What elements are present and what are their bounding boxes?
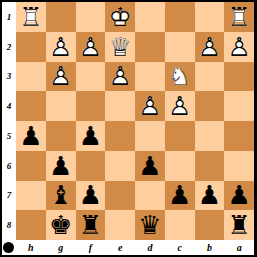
- rank-label-6: 6: [2, 151, 16, 181]
- black-pawn: ♟: [76, 181, 106, 211]
- square-b6[interactable]: [195, 151, 225, 181]
- square-d4[interactable]: ♟♙: [135, 91, 165, 121]
- white-pawn-fill: ♟: [135, 91, 165, 121]
- black-queen: ♛: [135, 210, 165, 240]
- square-c4[interactable]: ♟♙: [165, 91, 195, 121]
- square-h5[interactable]: ♟: [16, 121, 46, 151]
- square-d5[interactable]: [135, 121, 165, 151]
- file-label-a: a: [224, 240, 254, 255]
- square-f7[interactable]: ♟: [76, 181, 106, 211]
- square-a1[interactable]: ♜♖: [224, 2, 254, 32]
- square-e3[interactable]: ♟♙: [105, 62, 135, 92]
- white-pawn: ♙: [135, 91, 165, 121]
- white-king: ♔: [105, 2, 135, 32]
- square-a2[interactable]: ♟♙: [224, 32, 254, 62]
- black-bishop: ♝: [46, 181, 76, 211]
- file-label-c: c: [165, 240, 195, 255]
- square-d3[interactable]: [135, 62, 165, 92]
- square-g3[interactable]: ♟♙: [46, 62, 76, 92]
- square-e8[interactable]: [105, 210, 135, 240]
- square-c1[interactable]: [165, 2, 195, 32]
- square-e2[interactable]: ♛♕: [105, 32, 135, 62]
- white-king-fill: ♚: [105, 2, 135, 32]
- square-d1[interactable]: [135, 2, 165, 32]
- white-pawn: ♙: [76, 32, 106, 62]
- square-a5[interactable]: [224, 121, 254, 151]
- square-h7[interactable]: [16, 181, 46, 211]
- white-rook: ♖: [224, 2, 254, 32]
- square-g5[interactable]: [46, 121, 76, 151]
- black-pawn: ♟: [135, 151, 165, 181]
- square-a6[interactable]: [224, 151, 254, 181]
- square-g4[interactable]: [46, 91, 76, 121]
- square-h8[interactable]: [16, 210, 46, 240]
- white-knight-fill: ♞: [165, 62, 195, 92]
- board: ♜♖♚♔♜♖♟♙♟♙♛♕♟♙♟♙♟♙♟♙♞♘♟♙♟♙♟♟♟♟♝♟♟♟♟♚♜♛♜: [16, 2, 254, 240]
- black-pawn: ♟: [224, 181, 254, 211]
- white-pawn-fill: ♟: [224, 32, 254, 62]
- square-b8[interactable]: [195, 210, 225, 240]
- square-f6[interactable]: [76, 151, 106, 181]
- square-b5[interactable]: [195, 121, 225, 151]
- square-g6[interactable]: ♟: [46, 151, 76, 181]
- black-pawn: ♟: [195, 181, 225, 211]
- file-label-f: f: [76, 240, 106, 255]
- square-h1[interactable]: ♜♖: [16, 2, 46, 32]
- square-c6[interactable]: [165, 151, 195, 181]
- square-h2[interactable]: [16, 32, 46, 62]
- file-label-g: g: [46, 240, 76, 255]
- white-pawn: ♙: [195, 32, 225, 62]
- square-a8[interactable]: ♜: [224, 210, 254, 240]
- square-e7[interactable]: [105, 181, 135, 211]
- square-f1[interactable]: [76, 2, 106, 32]
- square-d7[interactable]: [135, 181, 165, 211]
- file-label-b: b: [195, 240, 225, 255]
- square-a3[interactable]: [224, 62, 254, 92]
- square-d6[interactable]: ♟: [135, 151, 165, 181]
- square-a7[interactable]: ♟: [224, 181, 254, 211]
- rank-label-5: 5: [2, 121, 16, 151]
- rank-label-2: 2: [2, 32, 16, 62]
- square-e4[interactable]: [105, 91, 135, 121]
- file-label-d: d: [135, 240, 165, 255]
- rank-label-8: 8: [2, 210, 16, 240]
- square-c8[interactable]: [165, 210, 195, 240]
- white-pawn: ♙: [46, 62, 76, 92]
- file-labels: hgfedcba: [16, 240, 254, 255]
- square-b1[interactable]: [195, 2, 225, 32]
- black-to-move-indicator: [3, 242, 14, 253]
- white-queen: ♕: [105, 32, 135, 62]
- square-g2[interactable]: ♟♙: [46, 32, 76, 62]
- square-b2[interactable]: ♟♙: [195, 32, 225, 62]
- white-pawn-fill: ♟: [46, 62, 76, 92]
- square-b4[interactable]: [195, 91, 225, 121]
- rank-label-7: 7: [2, 181, 16, 211]
- rank-label-4: 4: [2, 91, 16, 121]
- square-f8[interactable]: ♜: [76, 210, 106, 240]
- square-d8[interactable]: ♛: [135, 210, 165, 240]
- white-pawn: ♙: [46, 32, 76, 62]
- black-rook: ♜: [224, 210, 254, 240]
- white-pawn-fill: ♟: [165, 91, 195, 121]
- black-king: ♚: [46, 210, 76, 240]
- square-h4[interactable]: [16, 91, 46, 121]
- square-e5[interactable]: [105, 121, 135, 151]
- white-pawn-fill: ♟: [76, 32, 106, 62]
- square-h6[interactable]: [16, 151, 46, 181]
- white-pawn-fill: ♟: [105, 62, 135, 92]
- black-pawn: ♟: [16, 121, 46, 151]
- square-a4[interactable]: [224, 91, 254, 121]
- square-g8[interactable]: ♚: [46, 210, 76, 240]
- file-label-h: h: [16, 240, 46, 255]
- white-rook-fill: ♜: [16, 2, 46, 32]
- rank-label-1: 1: [2, 2, 16, 32]
- black-rook: ♜: [76, 210, 106, 240]
- white-rook: ♖: [16, 2, 46, 32]
- white-queen-fill: ♛: [105, 32, 135, 62]
- square-h3[interactable]: [16, 62, 46, 92]
- square-f3[interactable]: [76, 62, 106, 92]
- square-g1[interactable]: [46, 2, 76, 32]
- rank-labels: 12345678: [2, 2, 16, 240]
- square-c2[interactable]: [165, 32, 195, 62]
- rank-label-3: 3: [2, 62, 16, 92]
- white-pawn: ♙: [105, 62, 135, 92]
- square-g7[interactable]: ♝: [46, 181, 76, 211]
- square-c5[interactable]: [165, 121, 195, 151]
- square-c7[interactable]: ♟: [165, 181, 195, 211]
- white-pawn: ♙: [165, 91, 195, 121]
- black-pawn: ♟: [165, 181, 195, 211]
- chess-board-diagram: 12345678 ♜♖♚♔♜♖♟♙♟♙♛♕♟♙♟♙♟♙♟♙♞♘♟♙♟♙♟♟♟♟♝…: [0, 0, 257, 257]
- square-c3[interactable]: ♞♘: [165, 62, 195, 92]
- square-e1[interactable]: ♚♔: [105, 2, 135, 32]
- white-pawn-fill: ♟: [46, 32, 76, 62]
- white-pawn-fill: ♟: [195, 32, 225, 62]
- file-label-e: e: [105, 240, 135, 255]
- black-pawn: ♟: [46, 151, 76, 181]
- square-b3[interactable]: [195, 62, 225, 92]
- white-pawn: ♙: [224, 32, 254, 62]
- white-knight: ♘: [165, 62, 195, 92]
- square-f2[interactable]: ♟♙: [76, 32, 106, 62]
- square-b7[interactable]: ♟: [195, 181, 225, 211]
- square-f4[interactable]: [76, 91, 106, 121]
- square-d2[interactable]: [135, 32, 165, 62]
- corner-area: [2, 240, 16, 255]
- square-e6[interactable]: [105, 151, 135, 181]
- black-pawn: ♟: [76, 121, 106, 151]
- square-f5[interactable]: ♟: [76, 121, 106, 151]
- white-rook-fill: ♜: [224, 2, 254, 32]
